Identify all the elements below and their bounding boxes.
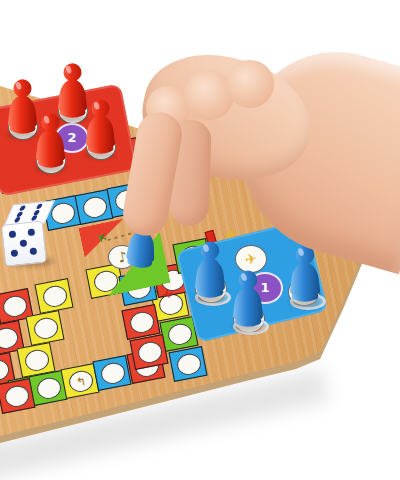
red-pawn xyxy=(33,109,68,169)
blue-pawn xyxy=(230,266,266,328)
red-pawn xyxy=(83,95,118,155)
photo-scene: ☺↰✈✈✈✈ ♪2✈1 CHESS xyxy=(0,0,400,480)
blue-pawn xyxy=(192,237,228,299)
knuckle xyxy=(226,60,274,108)
